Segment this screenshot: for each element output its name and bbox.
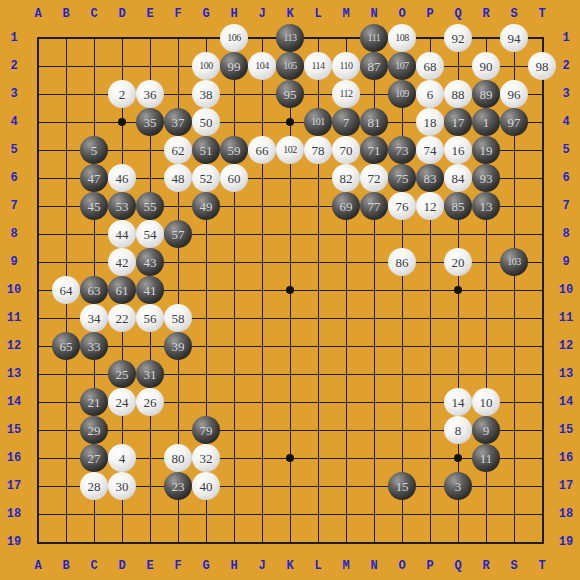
row-label-right-16: 16 <box>559 451 573 465</box>
move-number: 36 <box>144 88 157 101</box>
stone-white-110-M2: 110 <box>332 52 360 80</box>
move-number: 71 <box>368 144 381 157</box>
col-label-top-N: N <box>370 7 377 21</box>
col-label-top-T: T <box>538 7 545 21</box>
stone-black-87-N2: 87 <box>360 52 388 80</box>
col-label-top-F: F <box>174 7 181 21</box>
col-label-top-R: R <box>482 7 489 21</box>
move-number: 39 <box>172 340 185 353</box>
move-number: 43 <box>144 256 157 269</box>
stone-white-104-J2: 104 <box>248 52 276 80</box>
stone-white-72-N6: 72 <box>360 164 388 192</box>
hoshi-point-K16 <box>286 454 294 462</box>
stone-black-109-O3: 109 <box>388 80 416 108</box>
stone-white-40-G17: 40 <box>192 472 220 500</box>
row-label-left-16: 16 <box>7 451 21 465</box>
stone-white-100-G2: 100 <box>192 52 220 80</box>
move-number: 108 <box>395 33 409 43</box>
move-number: 31 <box>144 368 157 381</box>
move-number: 54 <box>144 228 157 241</box>
stone-black-53-D7: 53 <box>108 192 136 220</box>
move-number: 83 <box>424 172 437 185</box>
move-number: 79 <box>200 424 213 437</box>
col-label-bottom-E: E <box>146 559 153 573</box>
stone-white-4-D16: 4 <box>108 444 136 472</box>
move-number: 19 <box>480 144 493 157</box>
stone-white-38-G3: 38 <box>192 80 220 108</box>
row-label-right-6: 6 <box>562 171 569 185</box>
row-label-left-8: 8 <box>10 227 17 241</box>
stone-black-39-F12: 39 <box>164 332 192 360</box>
col-label-bottom-J: J <box>258 559 265 573</box>
move-number: 106 <box>227 33 241 43</box>
row-label-left-10: 10 <box>7 283 21 297</box>
stone-white-102-K5: 102 <box>276 136 304 164</box>
move-number: 93 <box>480 172 493 185</box>
move-number: 46 <box>116 172 129 185</box>
move-number: 110 <box>339 61 352 71</box>
stone-white-24-D14: 24 <box>108 388 136 416</box>
stone-black-55-E7: 55 <box>136 192 164 220</box>
stone-white-106-H1: 106 <box>220 24 248 52</box>
stone-white-68-P2: 68 <box>416 52 444 80</box>
col-label-bottom-G: G <box>202 559 209 573</box>
move-number: 78 <box>312 144 325 157</box>
move-number: 68 <box>424 60 437 73</box>
move-number: 49 <box>200 200 213 213</box>
move-number: 75 <box>396 172 409 185</box>
row-label-right-10: 10 <box>559 283 573 297</box>
stone-black-3-Q17: 3 <box>444 472 472 500</box>
stone-white-92-Q1: 92 <box>444 24 472 52</box>
move-number: 16 <box>452 144 465 157</box>
col-label-bottom-P: P <box>426 559 433 573</box>
stone-black-45-C7: 45 <box>80 192 108 220</box>
col-label-top-D: D <box>118 7 125 21</box>
move-number: 56 <box>144 312 157 325</box>
move-number: 58 <box>172 312 185 325</box>
stone-white-2-D3: 2 <box>108 80 136 108</box>
move-number: 25 <box>116 368 129 381</box>
move-number: 34 <box>88 312 101 325</box>
move-number: 62 <box>172 144 185 157</box>
stone-white-34-C11: 34 <box>80 304 108 332</box>
col-label-bottom-H: H <box>230 559 237 573</box>
move-number: 42 <box>116 256 129 269</box>
row-label-left-11: 11 <box>7 311 21 325</box>
col-label-top-C: C <box>90 7 97 21</box>
move-number: 82 <box>340 172 353 185</box>
stone-black-93-R6: 93 <box>472 164 500 192</box>
stone-white-70-M5: 70 <box>332 136 360 164</box>
hoshi-point-Q10 <box>454 286 462 294</box>
col-label-top-H: H <box>230 7 237 21</box>
move-number: 105 <box>283 61 297 71</box>
stone-black-81-N4: 81 <box>360 108 388 136</box>
move-number: 111 <box>368 33 381 43</box>
col-label-top-L: L <box>314 7 321 21</box>
col-label-top-B: B <box>62 7 69 21</box>
move-number: 96 <box>508 88 521 101</box>
move-number: 76 <box>396 200 409 213</box>
move-number: 107 <box>395 61 409 71</box>
col-label-top-G: G <box>202 7 209 21</box>
move-number: 15 <box>396 480 409 493</box>
move-number: 40 <box>200 480 213 493</box>
hoshi-point-K4 <box>286 118 294 126</box>
col-label-top-K: K <box>286 7 293 21</box>
move-number: 35 <box>144 116 157 129</box>
stone-white-82-M6: 82 <box>332 164 360 192</box>
row-label-left-3: 3 <box>10 87 17 101</box>
stone-white-56-E11: 56 <box>136 304 164 332</box>
row-label-left-12: 12 <box>7 339 21 353</box>
row-label-left-4: 4 <box>10 115 17 129</box>
col-label-bottom-S: S <box>510 559 517 573</box>
stone-black-101-L4: 101 <box>304 108 332 136</box>
row-label-right-5: 5 <box>562 143 569 157</box>
stone-black-25-D13: 25 <box>108 360 136 388</box>
move-number: 59 <box>228 144 241 157</box>
stone-black-83-P6: 83 <box>416 164 444 192</box>
stone-black-17-Q4: 17 <box>444 108 472 136</box>
row-label-right-11: 11 <box>559 311 573 325</box>
stone-white-8-Q15: 8 <box>444 416 472 444</box>
move-number: 99 <box>228 60 241 73</box>
row-label-right-9: 9 <box>562 255 569 269</box>
move-number: 98 <box>536 60 549 73</box>
stone-white-98-T2: 98 <box>528 52 556 80</box>
stone-black-37-F4: 37 <box>164 108 192 136</box>
stone-black-59-H5: 59 <box>220 136 248 164</box>
col-label-bottom-D: D <box>118 559 125 573</box>
move-number: 55 <box>144 200 157 213</box>
stone-white-48-F6: 48 <box>164 164 192 192</box>
move-number: 85 <box>452 200 465 213</box>
stone-black-41-E10: 41 <box>136 276 164 304</box>
stone-white-88-Q3: 88 <box>444 80 472 108</box>
move-number: 114 <box>311 61 324 71</box>
stone-black-1-R4: 1 <box>472 108 500 136</box>
stone-white-26-E14: 26 <box>136 388 164 416</box>
move-number: 1 <box>483 116 490 129</box>
stone-black-29-C15: 29 <box>80 416 108 444</box>
move-number: 27 <box>88 452 101 465</box>
stone-white-78-L5: 78 <box>304 136 332 164</box>
stone-white-80-F16: 80 <box>164 444 192 472</box>
move-number: 17 <box>452 116 465 129</box>
col-label-bottom-K: K <box>286 559 293 573</box>
col-label-bottom-F: F <box>174 559 181 573</box>
row-label-right-3: 3 <box>562 87 569 101</box>
stone-white-60-H6: 60 <box>220 164 248 192</box>
move-number: 51 <box>200 144 213 157</box>
col-label-bottom-N: N <box>370 559 377 573</box>
move-number: 97 <box>508 116 521 129</box>
move-number: 5 <box>91 144 98 157</box>
move-number: 22 <box>116 312 129 325</box>
move-number: 80 <box>172 452 185 465</box>
board-intersections-layer: 1234567891011121314151617181920212223242… <box>24 24 556 556</box>
move-number: 4 <box>119 452 126 465</box>
row-label-right-15: 15 <box>559 423 573 437</box>
move-number: 95 <box>284 88 297 101</box>
stone-white-114-L2: 114 <box>304 52 332 80</box>
col-label-bottom-M: M <box>342 559 349 573</box>
move-number: 28 <box>88 480 101 493</box>
col-label-bottom-C: C <box>90 559 97 573</box>
stone-black-13-R7: 13 <box>472 192 500 220</box>
stone-black-97-S4: 97 <box>500 108 528 136</box>
move-number: 2 <box>119 88 126 101</box>
stone-black-57-F8: 57 <box>164 220 192 248</box>
stone-black-111-N1: 111 <box>360 24 388 52</box>
stone-black-113-K1: 113 <box>276 24 304 52</box>
move-number: 12 <box>424 200 437 213</box>
stone-white-22-D11: 22 <box>108 304 136 332</box>
col-label-bottom-T: T <box>538 559 545 573</box>
row-label-left-5: 5 <box>10 143 17 157</box>
row-label-left-1: 1 <box>10 31 17 45</box>
move-number: 104 <box>255 61 269 71</box>
stone-white-14-Q14: 14 <box>444 388 472 416</box>
row-label-right-18: 18 <box>559 507 573 521</box>
move-number: 90 <box>480 60 493 73</box>
move-number: 50 <box>200 116 213 129</box>
row-label-left-6: 6 <box>10 171 17 185</box>
move-number: 84 <box>452 172 465 185</box>
stone-black-31-E13: 31 <box>136 360 164 388</box>
move-number: 24 <box>116 396 129 409</box>
move-number: 57 <box>172 228 185 241</box>
stone-black-27-C16: 27 <box>80 444 108 472</box>
move-number: 72 <box>368 172 381 185</box>
move-number: 101 <box>311 117 325 127</box>
move-number: 29 <box>88 424 101 437</box>
col-label-top-Q: Q <box>454 7 461 21</box>
stone-black-7-M4: 7 <box>332 108 360 136</box>
stone-black-79-G15: 79 <box>192 416 220 444</box>
stone-white-52-G6: 52 <box>192 164 220 192</box>
stone-white-42-D9: 42 <box>108 248 136 276</box>
move-number: 89 <box>480 88 493 101</box>
stone-white-44-D8: 44 <box>108 220 136 248</box>
col-label-top-A: A <box>34 7 41 21</box>
stone-white-64-B10: 64 <box>52 276 80 304</box>
move-number: 21 <box>88 396 101 409</box>
stone-black-21-C14: 21 <box>80 388 108 416</box>
move-number: 32 <box>200 452 213 465</box>
stone-black-49-G7: 49 <box>192 192 220 220</box>
move-number: 94 <box>508 32 521 45</box>
stone-white-18-P4: 18 <box>416 108 444 136</box>
move-number: 77 <box>368 200 381 213</box>
stone-white-62-F5: 62 <box>164 136 192 164</box>
col-label-top-E: E <box>146 7 153 21</box>
move-number: 8 <box>455 424 462 437</box>
row-label-right-7: 7 <box>562 199 569 213</box>
move-number: 13 <box>480 200 493 213</box>
row-label-right-17: 17 <box>559 479 573 493</box>
row-label-right-13: 13 <box>559 367 573 381</box>
move-number: 63 <box>88 284 101 297</box>
stone-white-86-O9: 86 <box>388 248 416 276</box>
stone-black-61-D10: 61 <box>108 276 136 304</box>
move-number: 26 <box>144 396 157 409</box>
hoshi-point-K10 <box>286 286 294 294</box>
stone-black-43-E9: 43 <box>136 248 164 276</box>
stone-black-73-O5: 73 <box>388 136 416 164</box>
stone-black-63-C10: 63 <box>80 276 108 304</box>
move-number: 112 <box>339 89 352 99</box>
stone-white-94-S1: 94 <box>500 24 528 52</box>
move-number: 41 <box>144 284 157 297</box>
stone-black-19-R5: 19 <box>472 136 500 164</box>
move-number: 100 <box>199 61 213 71</box>
stone-black-75-O6: 75 <box>388 164 416 192</box>
move-number: 33 <box>88 340 101 353</box>
row-label-left-18: 18 <box>7 507 21 521</box>
stone-black-89-R3: 89 <box>472 80 500 108</box>
move-number: 102 <box>283 145 297 155</box>
move-number: 23 <box>172 480 185 493</box>
move-number: 48 <box>172 172 185 185</box>
stone-black-51-G5: 51 <box>192 136 220 164</box>
move-number: 9 <box>483 424 490 437</box>
col-label-bottom-R: R <box>482 559 489 573</box>
move-number: 92 <box>452 32 465 45</box>
stone-white-6-P3: 6 <box>416 80 444 108</box>
stone-black-99-H2: 99 <box>220 52 248 80</box>
stone-black-47-C6: 47 <box>80 164 108 192</box>
move-number: 7 <box>343 116 350 129</box>
move-number: 37 <box>172 116 185 129</box>
stone-black-23-F17: 23 <box>164 472 192 500</box>
stone-black-71-N5: 71 <box>360 136 388 164</box>
move-number: 87 <box>368 60 381 73</box>
stone-white-84-Q6: 84 <box>444 164 472 192</box>
stone-black-85-Q7: 85 <box>444 192 472 220</box>
move-number: 38 <box>200 88 213 101</box>
stone-white-54-E8: 54 <box>136 220 164 248</box>
stone-black-9-R15: 9 <box>472 416 500 444</box>
row-label-right-19: 19 <box>559 535 573 549</box>
move-number: 86 <box>396 256 409 269</box>
row-label-left-19: 19 <box>7 535 21 549</box>
stone-white-30-D17: 30 <box>108 472 136 500</box>
col-label-top-M: M <box>342 7 349 21</box>
row-label-right-14: 14 <box>559 395 573 409</box>
move-number: 53 <box>116 200 129 213</box>
stone-black-69-M7: 69 <box>332 192 360 220</box>
stone-white-76-O7: 76 <box>388 192 416 220</box>
stone-black-105-K2: 105 <box>276 52 304 80</box>
move-number: 70 <box>340 144 353 157</box>
row-label-right-8: 8 <box>562 227 569 241</box>
move-number: 6 <box>427 88 434 101</box>
stone-white-96-S3: 96 <box>500 80 528 108</box>
move-number: 88 <box>452 88 465 101</box>
col-label-top-S: S <box>510 7 517 21</box>
go-board-diagram: AABBCCDDEEFFGGHHJJKKLLMMNNOOPPQQRRSSTT11… <box>0 0 580 580</box>
stone-white-10-R14: 10 <box>472 388 500 416</box>
row-label-right-4: 4 <box>562 115 569 129</box>
move-number: 45 <box>88 200 101 213</box>
row-label-left-14: 14 <box>7 395 21 409</box>
move-number: 103 <box>507 257 521 267</box>
stone-black-15-O17: 15 <box>388 472 416 500</box>
move-number: 61 <box>116 284 129 297</box>
move-number: 66 <box>256 144 269 157</box>
col-label-bottom-Q: Q <box>454 559 461 573</box>
move-number: 14 <box>452 396 465 409</box>
row-label-right-2: 2 <box>562 59 569 73</box>
move-number: 30 <box>116 480 129 493</box>
row-label-right-1: 1 <box>562 31 569 45</box>
stone-white-20-Q9: 20 <box>444 248 472 276</box>
stone-white-90-R2: 90 <box>472 52 500 80</box>
col-label-bottom-O: O <box>398 559 405 573</box>
row-label-left-2: 2 <box>10 59 17 73</box>
move-number: 10 <box>480 396 493 409</box>
stone-white-58-F11: 58 <box>164 304 192 332</box>
col-label-bottom-A: A <box>34 559 41 573</box>
move-number: 60 <box>228 172 241 185</box>
move-number: 3 <box>455 480 462 493</box>
col-label-top-O: O <box>398 7 405 21</box>
move-number: 44 <box>116 228 129 241</box>
stone-white-12-P7: 12 <box>416 192 444 220</box>
stone-white-50-G4: 50 <box>192 108 220 136</box>
move-number: 69 <box>340 200 353 213</box>
stone-white-36-E3: 36 <box>136 80 164 108</box>
stone-white-66-J5: 66 <box>248 136 276 164</box>
hoshi-point-Q16 <box>454 454 462 462</box>
move-number: 65 <box>60 340 73 353</box>
move-number: 73 <box>396 144 409 157</box>
stone-white-74-P5: 74 <box>416 136 444 164</box>
stone-black-103-S9: 103 <box>500 248 528 276</box>
col-label-bottom-B: B <box>62 559 69 573</box>
stone-white-112-M3: 112 <box>332 80 360 108</box>
move-number: 81 <box>368 116 381 129</box>
row-label-left-15: 15 <box>7 423 21 437</box>
stone-white-32-G16: 32 <box>192 444 220 472</box>
move-number: 113 <box>283 33 296 43</box>
col-label-top-P: P <box>426 7 433 21</box>
stone-black-77-N7: 77 <box>360 192 388 220</box>
col-label-bottom-L: L <box>314 559 321 573</box>
move-number: 74 <box>424 144 437 157</box>
move-number: 64 <box>60 284 73 297</box>
col-label-top-J: J <box>258 7 265 21</box>
stone-black-107-O2: 107 <box>388 52 416 80</box>
stone-black-33-C12: 33 <box>80 332 108 360</box>
row-label-right-12: 12 <box>559 339 573 353</box>
move-number: 11 <box>480 452 493 465</box>
stone-black-95-K3: 95 <box>276 80 304 108</box>
stone-black-5-C5: 5 <box>80 136 108 164</box>
move-number: 18 <box>424 116 437 129</box>
move-number: 52 <box>200 172 213 185</box>
hoshi-point-D4 <box>118 118 126 126</box>
stone-black-11-R16: 11 <box>472 444 500 472</box>
move-number: 20 <box>452 256 465 269</box>
stone-white-108-O1: 108 <box>388 24 416 52</box>
row-label-left-7: 7 <box>10 199 17 213</box>
stone-white-16-Q5: 16 <box>444 136 472 164</box>
stone-black-65-B12: 65 <box>52 332 80 360</box>
